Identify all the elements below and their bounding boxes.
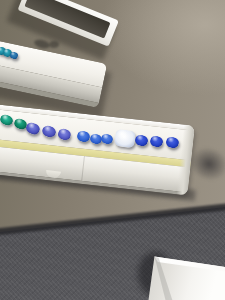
gemstone-tray-photo [0, 0, 225, 300]
vignette-overlay [0, 0, 225, 300]
